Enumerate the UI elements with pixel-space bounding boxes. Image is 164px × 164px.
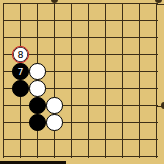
- go-diagram: 87: [0, 0, 164, 164]
- intersection-C15: [29, 63, 46, 80]
- go-board: 87: [0, 0, 164, 164]
- intersection-C12: [29, 114, 46, 131]
- intersection-D12: [46, 114, 63, 131]
- intersection-B14: [12, 80, 29, 97]
- white-stone-D13: [46, 97, 62, 113]
- black-stone-C13: [29, 97, 45, 113]
- white-stone-D12: [46, 114, 62, 130]
- intersection-B16: 8: [12, 46, 29, 63]
- intersection-D13: [46, 97, 63, 114]
- stones-layer: 87: [0, 0, 164, 164]
- move-7-black-stone-B15: 7: [12, 63, 28, 79]
- black-stone-C12: [29, 114, 45, 130]
- white-stone-C15: [29, 63, 45, 79]
- white-stone-C14: [29, 80, 45, 96]
- intersection-C14: [29, 80, 46, 97]
- intersection-C13: [29, 97, 46, 114]
- black-stone-B14: [12, 80, 28, 96]
- intersection-B15: 7: [12, 63, 29, 80]
- move-8-white-stone-B16: 8: [12, 46, 28, 62]
